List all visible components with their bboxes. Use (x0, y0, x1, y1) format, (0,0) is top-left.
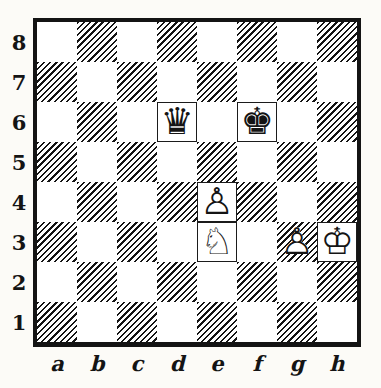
square-b5 (77, 142, 117, 182)
chess-board: ♛♚♟♙♞♘♟♙♚♔ (33, 18, 361, 347)
white-pawn-fill: ♟ (277, 222, 317, 262)
file-label-h: h (317, 351, 357, 381)
rank-label-5: 5 (6, 142, 32, 182)
file-label-g: g (277, 351, 317, 381)
square-a7 (37, 62, 77, 102)
square-a1 (37, 302, 77, 342)
square-h8 (317, 22, 357, 62)
white-king: ♔ (318, 223, 356, 261)
square-g6 (277, 102, 317, 142)
square-c7 (117, 62, 157, 102)
black-queen: ♛ (158, 103, 196, 141)
square-h3: ♚♔ (317, 222, 357, 262)
black-king: ♚ (238, 103, 276, 141)
square-e7 (197, 62, 237, 102)
rank-label-4: 4 (6, 182, 32, 222)
rank-label-8: 8 (6, 22, 32, 62)
square-e6 (197, 102, 237, 142)
square-a3 (37, 222, 77, 262)
chess-diagram-page: 8 7 6 5 4 3 2 1 ♛♚♟♙♞♘♟♙♚♔ a b c d e f g… (0, 0, 381, 388)
square-f4 (237, 182, 277, 222)
square-e8 (197, 22, 237, 62)
square-f8 (237, 22, 277, 62)
square-g2 (277, 262, 317, 302)
square-d1 (157, 302, 197, 342)
white-knight: ♘ (198, 223, 236, 261)
square-h1 (317, 302, 357, 342)
square-d6: ♛ (157, 102, 197, 142)
rank-label-7: 7 (6, 62, 32, 102)
white-pawn-fill: ♟ (198, 183, 236, 221)
square-f1 (237, 302, 277, 342)
square-h5 (317, 142, 357, 182)
square-e2 (197, 262, 237, 302)
square-d5 (157, 142, 197, 182)
file-label-a: a (37, 351, 77, 381)
file-label-f: f (237, 351, 277, 381)
square-d7 (157, 62, 197, 102)
square-e4: ♟♙ (197, 182, 237, 222)
square-c4 (117, 182, 157, 222)
square-a8 (37, 22, 77, 62)
square-f5 (237, 142, 277, 182)
square-e1 (197, 302, 237, 342)
square-b1 (77, 302, 117, 342)
file-label-e: e (197, 351, 237, 381)
square-b8 (77, 22, 117, 62)
square-a5 (37, 142, 77, 182)
square-a6 (37, 102, 77, 142)
square-d8 (157, 22, 197, 62)
square-e5 (197, 142, 237, 182)
rank-label-2: 2 (6, 262, 32, 302)
square-h6 (317, 102, 357, 142)
file-label-d: d (157, 351, 197, 381)
square-g5 (277, 142, 317, 182)
square-g3: ♟♙ (277, 222, 317, 262)
square-c6 (117, 102, 157, 142)
rank-label-6: 6 (6, 102, 32, 142)
white-pawn: ♙ (198, 183, 236, 221)
square-d4 (157, 182, 197, 222)
square-a4 (37, 182, 77, 222)
square-d3 (157, 222, 197, 262)
square-c1 (117, 302, 157, 342)
file-labels: a b c d e f g h (37, 351, 357, 381)
square-a2 (37, 262, 77, 302)
file-label-b: b (77, 351, 117, 381)
square-b2 (77, 262, 117, 302)
square-c3 (117, 222, 157, 262)
rank-label-3: 3 (6, 222, 32, 262)
file-label-c: c (117, 351, 157, 381)
square-g8 (277, 22, 317, 62)
square-h7 (317, 62, 357, 102)
square-c5 (117, 142, 157, 182)
square-g1 (277, 302, 317, 342)
square-b7 (77, 62, 117, 102)
square-g4 (277, 182, 317, 222)
white-pawn: ♙ (277, 222, 317, 262)
square-f7 (237, 62, 277, 102)
square-f6: ♚ (237, 102, 277, 142)
square-g7 (277, 62, 317, 102)
white-king-fill: ♚ (318, 223, 356, 261)
square-e3: ♞♘ (197, 222, 237, 262)
rank-labels: 8 7 6 5 4 3 2 1 (6, 22, 32, 342)
square-d2 (157, 262, 197, 302)
square-f2 (237, 262, 277, 302)
square-h4 (317, 182, 357, 222)
rank-label-1: 1 (6, 302, 32, 342)
square-c8 (117, 22, 157, 62)
square-c2 (117, 262, 157, 302)
white-knight-fill: ♞ (198, 223, 236, 261)
square-b3 (77, 222, 117, 262)
square-b6 (77, 102, 117, 142)
square-h2 (317, 262, 357, 302)
square-f3 (237, 222, 277, 262)
square-b4 (77, 182, 117, 222)
